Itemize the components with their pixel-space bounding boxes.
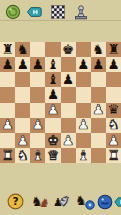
square-g7[interactable]: ♟ (91, 57, 106, 72)
checkerboard-glyph (50, 4, 66, 20)
square-b6[interactable] (15, 72, 30, 87)
square-d1[interactable]: ♛ (45, 148, 60, 163)
piece-black-pawn[interactable]: ♟ (92, 57, 104, 71)
piece-black-pawn[interactable]: ♟ (77, 57, 89, 71)
pawn-stand-glyph (73, 4, 89, 20)
square-a6[interactable] (0, 72, 15, 87)
square-b4[interactable] (15, 103, 30, 118)
two-knights-icon[interactable]: ♞ ♞ (30, 192, 52, 211)
piece-white-pawn[interactable]: ♟ (2, 118, 14, 132)
toolbar-divider (0, 20, 121, 21)
piece-white-bishop[interactable]: ♝ (77, 148, 89, 162)
square-c6[interactable] (30, 72, 45, 87)
piece-black-knight[interactable]: ♞ (92, 42, 104, 56)
piece-white-knight[interactable]: ♞ (17, 148, 29, 162)
memory-card-clipped-glyph (114, 194, 121, 210)
piece-white-bishop[interactable]: ♝ (32, 148, 44, 162)
piece-black-knight[interactable]: ♞ (17, 42, 29, 56)
square-a3[interactable]: ♟ (0, 118, 15, 133)
square-e2[interactable]: ♟ (61, 133, 76, 148)
piece-black-rook[interactable]: ♜ (107, 42, 119, 56)
green-ball-icon[interactable] (4, 3, 21, 20)
memory-card-icon-clipped[interactable] (114, 193, 121, 210)
square-h1[interactable]: ♜ (106, 148, 121, 163)
square-g2[interactable] (91, 133, 106, 148)
help-glyph: ? (7, 193, 24, 210)
piece-black-rook[interactable]: ♜ (2, 42, 14, 56)
memory-card-glyph (26, 4, 43, 20)
square-e5[interactable] (61, 87, 76, 102)
red-knight-glyph: ♞ (39, 197, 50, 209)
square-e8[interactable]: ♚ (61, 42, 76, 57)
checkerboard-icon[interactable] (49, 3, 66, 20)
piece-black-bishop[interactable]: ♝ (47, 57, 59, 71)
square-b1[interactable]: ♞ (15, 148, 30, 163)
piece-black-pawn[interactable]: ♟ (17, 57, 29, 71)
square-g4[interactable]: ♟ (91, 103, 106, 118)
square-f7[interactable]: ♟ (76, 57, 91, 72)
engine-knight-icon[interactable]: ♞ (74, 192, 96, 211)
piece-white-rook[interactable]: ♜ (2, 148, 14, 162)
piece-white-pawn[interactable]: ♟ (62, 133, 74, 147)
pawn-stand-icon[interactable] (72, 3, 89, 20)
blue-ball-glyph (97, 194, 113, 210)
square-h7[interactable]: ♟ (106, 57, 121, 72)
edit-position-icon[interactable]: ♟ ♞ (52, 192, 74, 211)
help-icon[interactable]: ? (7, 193, 24, 210)
square-d4[interactable]: ♟ (45, 103, 60, 118)
square-e1[interactable] (61, 148, 76, 163)
piece-black-bishop[interactable]: ♝ (47, 73, 59, 87)
square-c3[interactable]: ♟ (30, 118, 45, 133)
piece-black-pawn[interactable]: ♟ (47, 88, 59, 102)
square-f6[interactable] (76, 72, 91, 87)
square-a7[interactable]: ♟ (0, 57, 15, 72)
piece-white-rook[interactable]: ♜ (107, 148, 119, 162)
piece-black-pawn[interactable]: ♟ (2, 57, 14, 71)
chess-board[interactable]: ♜♞♚♞♜♟♟♟♝♟♟♟♝♟♟♟♟♛♟♟♟♞♟♚♟♟♜♞♝♛♝♜ (0, 42, 121, 163)
green-ball-glyph (5, 4, 21, 20)
square-g3[interactable] (91, 118, 106, 133)
blue-ball-icon[interactable] (96, 193, 113, 210)
square-f3[interactable]: ♟ (76, 118, 91, 133)
square-c1[interactable]: ♝ (30, 148, 45, 163)
memory-card-icon[interactable] (26, 3, 43, 20)
square-c7[interactable]: ♟ (30, 57, 45, 72)
piece-black-pawn[interactable]: ♟ (62, 73, 74, 87)
piece-white-pawn[interactable]: ♟ (92, 103, 104, 117)
square-g6[interactable] (91, 72, 106, 87)
piece-black-pawn[interactable]: ♟ (32, 57, 44, 71)
blue-badge-glyph (85, 200, 95, 210)
piece-black-pawn[interactable]: ♟ (107, 57, 119, 71)
square-e4[interactable] (61, 103, 76, 118)
square-a1[interactable]: ♜ (0, 148, 15, 163)
square-b7[interactable]: ♟ (15, 57, 30, 72)
square-b5[interactable] (15, 87, 30, 102)
piece-black-king[interactable]: ♚ (62, 42, 74, 56)
piece-white-pawn[interactable]: ♟ (47, 103, 59, 117)
square-a5[interactable] (0, 87, 15, 102)
app-screen: ♜♞♚♞♜♟♟♟♝♟♟♟♝♟♟♟♟♛♟♟♟♞♟♚♟♟♜♞♝♛♝♜ ? ♞ ♞ ♟… (0, 0, 121, 215)
square-g1[interactable] (91, 148, 106, 163)
help-question-mark: ? (12, 195, 18, 207)
piece-white-pawn[interactable]: ♟ (77, 118, 89, 132)
square-c5[interactable] (30, 87, 45, 102)
piece-white-pawn[interactable]: ♟ (17, 133, 29, 147)
square-f5[interactable] (76, 87, 91, 102)
square-f1[interactable]: ♝ (76, 148, 91, 163)
piece-white-king[interactable]: ♚ (47, 133, 59, 147)
square-h6[interactable] (106, 72, 121, 87)
square-e6[interactable]: ♟ (61, 72, 76, 87)
piece-white-knight[interactable]: ♞ (107, 118, 119, 132)
piece-white-pawn[interactable]: ♟ (32, 118, 44, 132)
piece-black-queen[interactable]: ♛ (107, 103, 119, 117)
piece-white-pawn[interactable]: ♟ (107, 133, 119, 147)
piece-white-queen[interactable]: ♛ (47, 148, 59, 162)
